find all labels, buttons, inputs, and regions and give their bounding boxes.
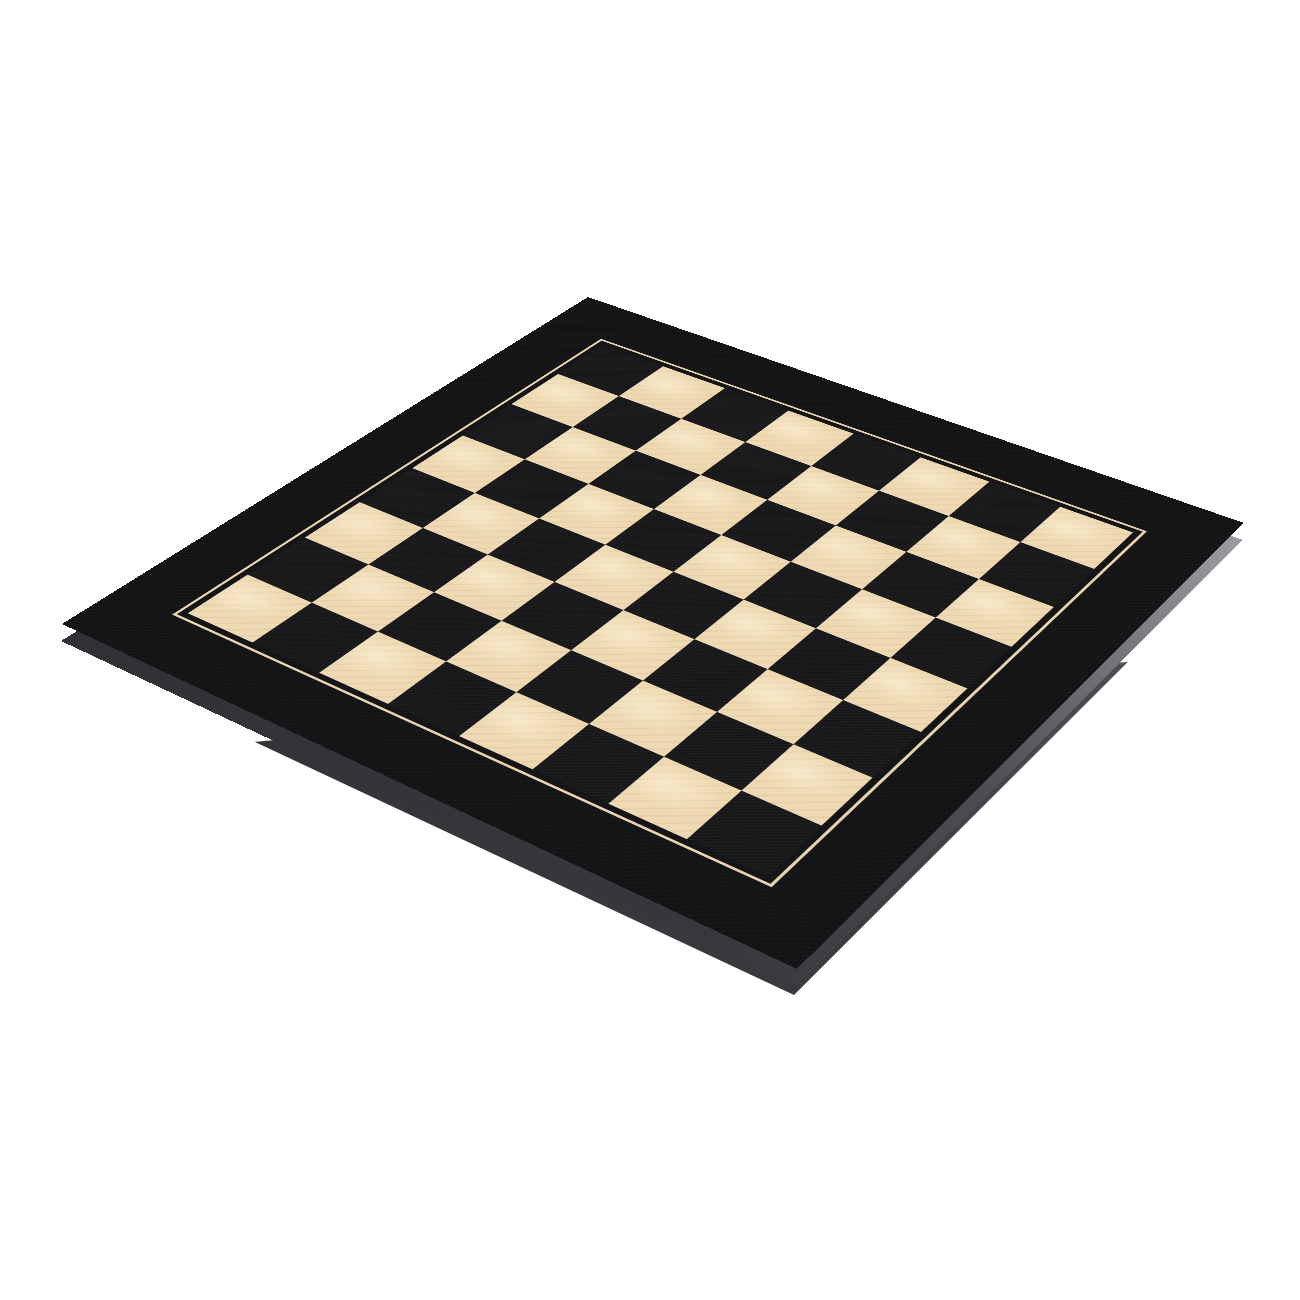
board-top-surface <box>62 297 1244 969</box>
chessboard <box>0 0 1300 1300</box>
product-photo-scene <box>0 0 1300 1300</box>
